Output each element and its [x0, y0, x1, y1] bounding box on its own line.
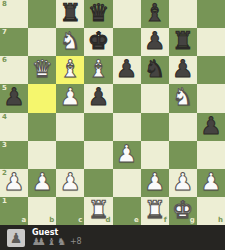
square-b8[interactable] — [28, 0, 56, 28]
rank-label-5: 5 — [2, 85, 7, 92]
piece-black-knight[interactable]: ♞ — [144, 57, 166, 81]
piece-black-pawn[interactable]: ♟ — [144, 29, 166, 53]
piece-white-knight[interactable]: ♞ — [172, 85, 194, 109]
file-label-e: e — [134, 217, 139, 224]
square-d3[interactable] — [84, 141, 112, 169]
file-label-d: d — [105, 217, 110, 224]
square-d2[interactable] — [84, 169, 112, 197]
square-h7[interactable] — [197, 28, 225, 56]
piece-black-rook[interactable]: ♜ — [172, 29, 194, 53]
square-g2[interactable]: ♟ — [169, 169, 197, 197]
square-d5[interactable]: ♟ — [84, 84, 112, 112]
square-h2[interactable]: ♟ — [197, 169, 225, 197]
square-f2[interactable]: ♟ — [141, 169, 169, 197]
piece-black-rook[interactable]: ♜ — [60, 1, 82, 25]
square-h4[interactable]: ♟ — [197, 113, 225, 141]
square-g6[interactable]: ♟ — [169, 56, 197, 84]
square-c7[interactable]: ♞ — [56, 28, 84, 56]
square-g8[interactable] — [169, 0, 197, 28]
piece-white-pawn[interactable]: ♟ — [60, 85, 82, 109]
square-f5[interactable] — [141, 84, 169, 112]
square-h3[interactable] — [197, 141, 225, 169]
piece-white-pawn[interactable]: ♟ — [60, 170, 82, 194]
rank-label-4: 4 — [2, 114, 7, 121]
piece-black-pawn[interactable]: ♟ — [200, 114, 222, 138]
square-b7[interactable] — [28, 28, 56, 56]
file-label-h: h — [218, 217, 223, 224]
square-f7[interactable]: ♟ — [141, 28, 169, 56]
square-c6[interactable]: ♝ — [56, 56, 84, 84]
square-f4[interactable] — [141, 113, 169, 141]
piece-white-pawn[interactable]: ♟ — [144, 170, 166, 194]
square-b1[interactable]: b — [28, 197, 56, 225]
piece-white-pawn[interactable]: ♟ — [172, 170, 194, 194]
player-bar: ♟ Guest ♟♟♝♞ +8 — [0, 225, 225, 250]
piece-white-queen[interactable]: ♛ — [31, 57, 53, 81]
square-h5[interactable] — [197, 84, 225, 112]
square-g3[interactable] — [169, 141, 197, 169]
piece-black-bishop[interactable]: ♝ — [144, 1, 166, 25]
square-e5[interactable] — [113, 84, 141, 112]
square-d7[interactable]: ♚ — [84, 28, 112, 56]
rank-label-1: 1 — [2, 198, 7, 205]
captured-pieces: ♟♟♝♞ — [32, 237, 66, 247]
square-a7[interactable]: 7 — [0, 28, 28, 56]
file-label-c: c — [78, 217, 82, 224]
file-label-g: g — [190, 217, 195, 224]
square-a1[interactable]: 1a — [0, 197, 28, 225]
square-e7[interactable] — [113, 28, 141, 56]
square-d8[interactable]: ♛ — [84, 0, 112, 28]
square-c5[interactable]: ♟ — [56, 84, 84, 112]
square-a3[interactable]: 3 — [0, 141, 28, 169]
square-e1[interactable]: e — [113, 197, 141, 225]
square-c4[interactable] — [56, 113, 84, 141]
file-label-a: a — [21, 217, 26, 224]
piece-black-pawn[interactable]: ♟ — [116, 57, 138, 81]
piece-black-king[interactable]: ♚ — [88, 29, 110, 53]
square-e6[interactable]: ♟ — [113, 56, 141, 84]
square-d4[interactable] — [84, 113, 112, 141]
file-label-b: b — [49, 217, 54, 224]
square-b3[interactable] — [28, 141, 56, 169]
square-e8[interactable] — [113, 0, 141, 28]
square-b6[interactable]: ♛ — [28, 56, 56, 84]
piece-white-bishop[interactable]: ♝ — [60, 57, 82, 81]
square-a6[interactable]: 6 — [0, 56, 28, 84]
square-g4[interactable] — [169, 113, 197, 141]
square-a4[interactable]: 4 — [0, 113, 28, 141]
piece-black-pawn[interactable]: ♟ — [88, 85, 110, 109]
square-a2[interactable]: 2♟ — [0, 169, 28, 197]
piece-white-pawn[interactable]: ♟ — [200, 170, 222, 194]
material-advantage: +8 — [70, 238, 82, 246]
square-c1[interactable]: c — [56, 197, 84, 225]
piece-white-pawn[interactable]: ♟ — [116, 142, 138, 166]
piece-black-queen[interactable]: ♛ — [88, 1, 110, 25]
piece-white-bishop[interactable]: ♝ — [88, 57, 110, 81]
captured-bishop-icon: ♝ — [47, 237, 56, 247]
captured-pawn-icon: ♟ — [37, 237, 46, 247]
square-c2[interactable]: ♟ — [56, 169, 84, 197]
rank-label-7: 7 — [2, 29, 7, 36]
square-g5[interactable]: ♞ — [169, 84, 197, 112]
piece-black-pawn[interactable]: ♟ — [172, 57, 194, 81]
piece-white-rook[interactable]: ♜ — [144, 198, 166, 222]
square-c8[interactable]: ♜ — [56, 0, 84, 28]
pawn-silhouette-icon: ♟ — [10, 231, 23, 245]
square-d1[interactable]: d♜ — [84, 197, 112, 225]
square-e3[interactable]: ♟ — [113, 141, 141, 169]
square-c3[interactable] — [56, 141, 84, 169]
rank-label-3: 3 — [2, 142, 7, 149]
file-label-f: f — [164, 217, 167, 224]
chess-board: 8♜♛♝7♞♚♟♜6♛♝♝♟♞♟5♟♟♟♞4♟3♟2♟♟♟♟♟♟1abcd♜ef… — [0, 0, 225, 225]
square-e4[interactable] — [113, 113, 141, 141]
rank-label-6: 6 — [2, 57, 7, 64]
square-g1[interactable]: g♚ — [169, 197, 197, 225]
square-f6[interactable]: ♞ — [141, 56, 169, 84]
player-avatar[interactable]: ♟ — [7, 229, 25, 247]
square-f3[interactable] — [141, 141, 169, 169]
rank-label-8: 8 — [2, 1, 7, 8]
square-a8[interactable]: 8 — [0, 0, 28, 28]
square-f8[interactable]: ♝ — [141, 0, 169, 28]
square-b5[interactable] — [28, 84, 56, 112]
square-b4[interactable] — [28, 113, 56, 141]
square-g7[interactable]: ♜ — [169, 28, 197, 56]
square-h8[interactable] — [197, 0, 225, 28]
square-a5[interactable]: 5♟ — [0, 84, 28, 112]
square-e2[interactable] — [113, 169, 141, 197]
square-b2[interactable]: ♟ — [28, 169, 56, 197]
captured-knight-icon: ♞ — [57, 237, 66, 247]
square-d6[interactable]: ♝ — [84, 56, 112, 84]
square-f1[interactable]: f♜ — [141, 197, 169, 225]
rank-label-2: 2 — [2, 170, 7, 177]
square-h6[interactable] — [197, 56, 225, 84]
piece-white-knight[interactable]: ♞ — [60, 29, 82, 53]
piece-white-pawn[interactable]: ♟ — [31, 170, 53, 194]
square-h1[interactable]: h — [197, 197, 225, 225]
